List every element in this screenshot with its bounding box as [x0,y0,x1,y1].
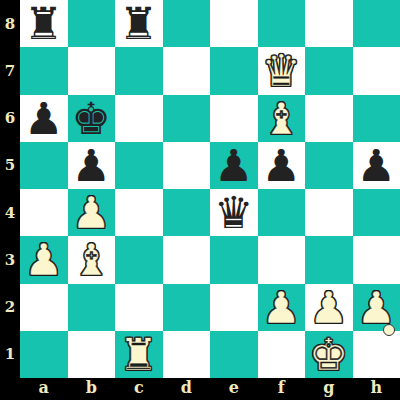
square-e7[interactable] [210,47,258,94]
square-b8[interactable] [68,0,116,47]
square-f3[interactable] [258,236,306,283]
square-h7[interactable] [353,47,400,94]
piece-black-pawn[interactable]: ♟ [262,142,301,189]
piece-white-bishop[interactable]: ♝ [72,236,111,283]
piece-white-rook[interactable]: ♜ [119,331,158,378]
square-d4[interactable] [163,189,211,236]
square-c1[interactable]: ♜ [115,331,163,378]
square-a3[interactable]: ♟ [20,236,68,283]
file-label-a: a [20,378,68,400]
piece-black-pawn[interactable]: ♟ [72,142,111,189]
square-d6[interactable] [163,95,211,142]
square-c2[interactable] [115,284,163,331]
square-g6[interactable] [305,95,353,142]
square-b4[interactable]: ♟ [68,189,116,236]
piece-white-king[interactable]: ♚ [309,331,348,378]
chess-board[interactable]: ♜♜♛♟♚♝♟♟♟♟♟♛♟♝♟♟♟♜♚ [20,0,400,378]
square-b3[interactable]: ♝ [68,236,116,283]
square-g2[interactable]: ♟ [305,284,353,331]
file-label-b: b [68,378,116,400]
piece-black-queen[interactable]: ♛ [214,189,253,236]
file-label-h: h [353,378,400,400]
piece-black-pawn[interactable]: ♟ [214,142,253,189]
piece-white-pawn[interactable]: ♟ [309,284,348,331]
square-a5[interactable] [20,142,68,189]
square-c8[interactable]: ♜ [115,0,163,47]
rank-label-3: 3 [0,236,20,283]
square-e8[interactable] [210,0,258,47]
square-a6[interactable]: ♟ [20,95,68,142]
square-e6[interactable] [210,95,258,142]
square-g5[interactable] [305,142,353,189]
square-a2[interactable] [20,284,68,331]
file-label-c: c [115,378,163,400]
piece-white-queen[interactable]: ♛ [262,47,301,94]
piece-black-rook[interactable]: ♜ [119,0,158,47]
square-f7[interactable]: ♛ [258,47,306,94]
square-f4[interactable] [258,189,306,236]
piece-black-pawn[interactable]: ♟ [24,95,63,142]
rank-label-4: 4 [0,189,20,236]
piece-white-pawn[interactable]: ♟ [72,189,111,236]
rank-label-1: 1 [0,331,20,378]
piece-white-pawn[interactable]: ♟ [262,284,301,331]
square-e2[interactable] [210,284,258,331]
square-d8[interactable] [163,0,211,47]
rank-label-7: 7 [0,47,20,94]
square-d7[interactable] [163,47,211,94]
white-to-move-indicator [383,324,395,336]
square-f8[interactable] [258,0,306,47]
square-h3[interactable] [353,236,400,283]
square-c4[interactable] [115,189,163,236]
file-label-g: g [305,378,353,400]
square-g7[interactable] [305,47,353,94]
square-e1[interactable] [210,331,258,378]
square-f1[interactable] [258,331,306,378]
square-d2[interactable] [163,284,211,331]
square-g3[interactable] [305,236,353,283]
square-h8[interactable] [353,0,400,47]
square-c7[interactable] [115,47,163,94]
square-f6[interactable]: ♝ [258,95,306,142]
square-h4[interactable] [353,189,400,236]
square-a1[interactable] [20,331,68,378]
square-h2[interactable]: ♟ [353,284,400,331]
file-labels: abcdefgh [20,378,400,400]
square-a8[interactable]: ♜ [20,0,68,47]
square-c6[interactable] [115,95,163,142]
square-f5[interactable]: ♟ [258,142,306,189]
piece-black-pawn[interactable]: ♟ [357,142,396,189]
square-h5[interactable]: ♟ [353,142,400,189]
rank-label-8: 8 [0,0,20,47]
square-c3[interactable] [115,236,163,283]
square-d1[interactable] [163,331,211,378]
rank-label-6: 6 [0,95,20,142]
square-h1[interactable] [353,331,400,378]
square-g1[interactable]: ♚ [305,331,353,378]
square-h6[interactable] [353,95,400,142]
piece-black-rook[interactable]: ♜ [24,0,63,47]
rank-labels: 87654321 [0,0,20,378]
square-e3[interactable] [210,236,258,283]
piece-black-king[interactable]: ♚ [72,95,111,142]
chess-diagram: 87654321 ♜♜♛♟♚♝♟♟♟♟♟♛♟♝♟♟♟♜♚ abcdefgh [0,0,400,400]
piece-white-bishop[interactable]: ♝ [262,95,301,142]
square-b2[interactable] [68,284,116,331]
square-g4[interactable] [305,189,353,236]
square-b5[interactable]: ♟ [68,142,116,189]
square-d3[interactable] [163,236,211,283]
file-label-d: d [163,378,211,400]
square-d5[interactable] [163,142,211,189]
square-a7[interactable] [20,47,68,94]
square-g8[interactable] [305,0,353,47]
square-e4[interactable]: ♛ [210,189,258,236]
square-c5[interactable] [115,142,163,189]
piece-white-pawn[interactable]: ♟ [24,236,63,283]
square-b1[interactable] [68,331,116,378]
square-b7[interactable] [68,47,116,94]
square-f2[interactable]: ♟ [258,284,306,331]
file-label-f: f [258,378,306,400]
rank-label-5: 5 [0,142,20,189]
square-e5[interactable]: ♟ [210,142,258,189]
square-b6[interactable]: ♚ [68,95,116,142]
square-a4[interactable] [20,189,68,236]
file-label-e: e [210,378,258,400]
rank-label-2: 2 [0,284,20,331]
